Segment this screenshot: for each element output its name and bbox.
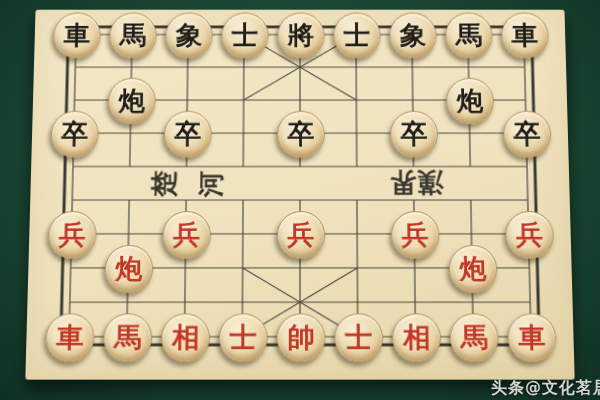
piece-character: 卒 — [61, 120, 88, 146]
piece-character: 炮 — [115, 254, 143, 281]
piece-black-general[interactable]: 將 — [277, 13, 324, 59]
piece-black-elephant[interactable]: 象 — [165, 13, 213, 59]
piece-red-elephant[interactable]: 相 — [161, 313, 210, 362]
piece-black-soldier[interactable]: 卒 — [390, 111, 438, 158]
piece-character: 兵 — [59, 220, 87, 247]
river-label-han-jie: 漢界 — [352, 167, 482, 201]
piece-black-horse[interactable]: 馬 — [445, 13, 493, 59]
piece-character: 馬 — [460, 323, 488, 350]
river-label-chu-he: 楚河 — [122, 167, 252, 201]
piece-red-advisor[interactable]: 士 — [334, 313, 383, 362]
table-felt: 楚河 漢界 車馬象士將士象馬車炮炮卒卒卒卒卒兵兵兵兵兵炮炮車馬相士帥士相馬車 头… — [0, 0, 600, 400]
piece-black-soldier[interactable]: 卒 — [164, 111, 212, 158]
piece-character: 士 — [344, 22, 371, 48]
piece-character: 士 — [345, 323, 373, 350]
piece-red-soldier[interactable]: 兵 — [391, 211, 440, 259]
piece-red-general[interactable]: 帥 — [277, 313, 326, 362]
piece-character: 馬 — [114, 323, 142, 350]
piece-red-cannon[interactable]: 炮 — [449, 245, 498, 293]
piece-character: 車 — [511, 22, 538, 48]
piece-black-advisor[interactable]: 士 — [221, 13, 268, 59]
piece-character: 象 — [400, 22, 427, 48]
piece-character: 兵 — [173, 220, 200, 247]
piece-character: 兵 — [402, 220, 429, 247]
piece-character: 車 — [56, 323, 84, 350]
piece-character: 士 — [229, 323, 257, 350]
piece-red-soldier[interactable]: 兵 — [277, 211, 325, 259]
piece-character: 炮 — [459, 254, 487, 281]
piece-red-elephant[interactable]: 相 — [392, 313, 441, 362]
piece-character: 卒 — [514, 120, 541, 146]
piece-character: 炮 — [118, 87, 145, 113]
piece-black-soldier[interactable]: 卒 — [277, 111, 325, 158]
piece-black-advisor[interactable]: 士 — [333, 13, 380, 59]
piece-character: 炮 — [457, 87, 484, 113]
piece-red-soldier[interactable]: 兵 — [505, 211, 554, 259]
piece-character: 相 — [172, 323, 200, 350]
piece-character: 士 — [232, 22, 259, 48]
piece-red-soldier[interactable]: 兵 — [162, 211, 211, 259]
piece-red-chariot[interactable]: 車 — [507, 313, 557, 362]
piece-character: 卒 — [288, 120, 315, 146]
piece-black-chariot[interactable]: 車 — [501, 13, 549, 59]
piece-character: 馬 — [120, 22, 147, 48]
piece-character: 帥 — [287, 323, 314, 350]
xiangqi-board: 楚河 漢界 車馬象士將士象馬車炮炮卒卒卒卒卒兵兵兵兵兵炮炮車馬相士帥士相馬車 — [25, 10, 574, 380]
river-label-text: 楚 — [150, 170, 177, 197]
piece-character: 象 — [176, 22, 203, 48]
piece-character: 相 — [403, 323, 431, 350]
piece-character: 兵 — [287, 220, 314, 247]
piece-character: 卒 — [174, 120, 201, 146]
piece-character: 車 — [63, 22, 90, 48]
piece-red-horse[interactable]: 馬 — [450, 313, 499, 362]
piece-character: 馬 — [455, 22, 482, 48]
piece-black-cannon[interactable]: 炮 — [446, 78, 494, 125]
watermark: 头条@文化茗居 — [491, 378, 600, 399]
piece-character: 將 — [288, 22, 315, 48]
piece-character: 車 — [518, 323, 546, 350]
river-label-text: 河 — [197, 170, 224, 197]
piece-character: 卒 — [401, 120, 428, 146]
piece-black-soldier[interactable]: 卒 — [503, 111, 552, 158]
river-label-text: 漢界 — [390, 170, 444, 197]
piece-character: 兵 — [516, 220, 544, 247]
piece-red-advisor[interactable]: 士 — [219, 313, 268, 362]
piece-black-elephant[interactable]: 象 — [389, 13, 437, 59]
